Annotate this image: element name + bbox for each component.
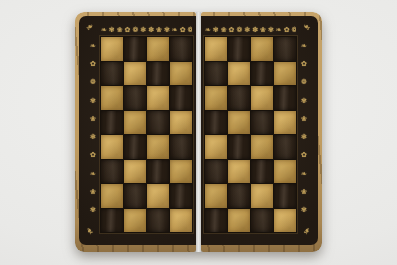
square-c4[interactable] [147,135,169,159]
square-h7[interactable] [274,62,296,86]
square-h2[interactable] [274,184,296,208]
square-e6[interactable] [205,86,227,110]
gilt-frieze-top-left: ❧✾❀✿❁❃✽❀✾❧✿❁❀❃✾❀❧ [101,24,192,36]
square-a4[interactable] [101,135,123,159]
square-d7[interactable] [170,62,192,86]
square-h8[interactable] [274,37,296,61]
square-f1[interactable] [228,209,250,233]
square-b7[interactable] [124,62,146,86]
gilt-frieze-side-right: ❧ ✿ ❁ ✾ ❀ ❃ ✿ ❧ ❀ ✾ [297,40,311,221]
square-a3[interactable] [101,160,123,184]
square-g2[interactable] [251,184,273,208]
right-panel: ❧✾❀✿❁❃✽❀✾❧✿❁❀❃✾❀❧ ❀❧✿❃❁✾❀✽❧❁✿❃❀✾❁❧❀ ❧ ✿ … [201,12,322,252]
square-c3[interactable] [147,160,169,184]
square-g1[interactable] [251,209,273,233]
square-b3[interactable] [124,160,146,184]
square-d5[interactable] [170,111,192,135]
square-g6[interactable] [251,86,273,110]
square-b8[interactable] [124,37,146,61]
gilt-frieze-side-left: ❧ ✿ ❁ ✾ ❀ ❃ ✿ ❧ ❀ ✾ [86,40,100,221]
square-c5[interactable] [147,111,169,135]
square-c2[interactable] [147,184,169,208]
square-e2[interactable] [205,184,227,208]
square-b6[interactable] [124,86,146,110]
gilt-corner-motif-icon: ❧ [84,21,96,33]
square-a6[interactable] [101,86,123,110]
square-d3[interactable] [170,160,192,184]
square-e5[interactable] [205,111,227,135]
gilt-corner-motif-icon: ❧ [301,225,313,237]
left-panel: ❧✾❀✿❁❃✽❀✾❧✿❁❀❃✾❀❧ ❀❧✿❃❁✾❀✽❧❁✿❃❀✾❁❧❀ ❧ ✿ … [75,12,196,252]
square-c8[interactable] [147,37,169,61]
square-h3[interactable] [274,160,296,184]
square-b5[interactable] [124,111,146,135]
square-d6[interactable] [170,86,192,110]
square-h5[interactable] [274,111,296,135]
square-h6[interactable] [274,86,296,110]
square-b4[interactable] [124,135,146,159]
square-h1[interactable] [274,209,296,233]
square-b1[interactable] [124,209,146,233]
left-grid [100,36,193,233]
square-c6[interactable] [147,86,169,110]
gilt-corner-motif-icon: ❧ [84,225,96,237]
square-a2[interactable] [101,184,123,208]
square-g4[interactable] [251,135,273,159]
square-e3[interactable] [205,160,227,184]
gilt-frieze-top-right: ❧✾❀✿❁❃✽❀✾❧✿❁❀❃✾❀❧ [205,24,296,36]
square-f3[interactable] [228,160,250,184]
square-d8[interactable] [170,37,192,61]
square-e7[interactable] [205,62,227,86]
gilt-corner-motif-icon: ❧ [301,21,313,33]
square-h4[interactable] [274,135,296,159]
square-g7[interactable] [251,62,273,86]
square-a5[interactable] [101,111,123,135]
right-grid [204,36,297,233]
square-f2[interactable] [228,184,250,208]
square-a7[interactable] [101,62,123,86]
square-d4[interactable] [170,135,192,159]
square-f6[interactable] [228,86,250,110]
square-b2[interactable] [124,184,146,208]
square-f7[interactable] [228,62,250,86]
square-d1[interactable] [170,209,192,233]
photo-backdrop: ❧✾❀✿❁❃✽❀✾❧✿❁❀❃✾❀❧ ❀❧✿❃❁✾❀✽❧❁✿❃❀✾❁❧❀ ❧ ✿ … [0,0,397,265]
square-c7[interactable] [147,62,169,86]
square-f5[interactable] [228,111,250,135]
square-e4[interactable] [205,135,227,159]
square-a1[interactable] [101,209,123,233]
square-d2[interactable] [170,184,192,208]
square-c1[interactable] [147,209,169,233]
square-f4[interactable] [228,135,250,159]
square-f8[interactable] [228,37,250,61]
square-g8[interactable] [251,37,273,61]
folding-chessboard: ❧✾❀✿❁❃✽❀✾❧✿❁❀❃✾❀❧ ❀❧✿❃❁✾❀✽❧❁✿❃❀✾❁❧❀ ❧ ✿ … [75,12,322,252]
square-e8[interactable] [205,37,227,61]
square-a8[interactable] [101,37,123,61]
square-g5[interactable] [251,111,273,135]
square-g3[interactable] [251,160,273,184]
square-e1[interactable] [205,209,227,233]
